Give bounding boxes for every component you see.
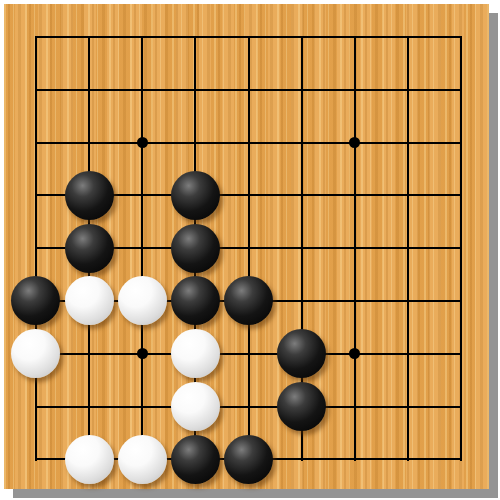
point-c8[interactable] [116,63,169,116]
point-c6[interactable] [116,169,169,222]
white-stone [65,276,114,325]
point-f2[interactable] [275,380,328,433]
point-f1[interactable] [275,433,328,486]
point-d5[interactable] [169,222,222,275]
point-d7[interactable] [169,116,222,169]
point-h7[interactable] [381,116,434,169]
black-stone [171,435,220,484]
white-stone [65,435,114,484]
point-a8[interactable] [9,63,62,116]
point-f8[interactable] [275,63,328,116]
point-j9[interactable] [434,11,487,64]
point-b9[interactable] [63,11,116,64]
point-f6[interactable] [275,169,328,222]
point-h2[interactable] [381,380,434,433]
point-j7[interactable] [434,116,487,169]
point-j4[interactable] [434,275,487,328]
point-b1[interactable] [63,433,116,486]
point-d3[interactable] [169,327,222,380]
point-a3[interactable] [9,327,62,380]
black-stone [224,435,273,484]
point-f5[interactable] [275,222,328,275]
point-e9[interactable] [222,11,275,64]
point-e5[interactable] [222,222,275,275]
point-d4[interactable] [169,275,222,328]
point-e7[interactable] [222,116,275,169]
point-c9[interactable] [116,11,169,64]
screen [0,0,500,500]
point-b6[interactable] [63,169,116,222]
point-b2[interactable] [63,380,116,433]
point-e8[interactable] [222,63,275,116]
white-stone [171,329,220,378]
black-stone [65,171,114,220]
point-a5[interactable] [9,222,62,275]
point-f9[interactable] [275,11,328,64]
black-stone [224,276,273,325]
black-stone [277,329,326,378]
point-g9[interactable] [328,11,381,64]
point-c7[interactable] [116,116,169,169]
point-g4[interactable] [328,275,381,328]
black-stone [65,224,114,273]
point-h9[interactable] [381,11,434,64]
white-stone [118,435,167,484]
point-e2[interactable] [222,380,275,433]
point-g1[interactable] [328,433,381,486]
point-j8[interactable] [434,63,487,116]
point-f4[interactable] [275,275,328,328]
point-c3[interactable] [116,327,169,380]
point-e1[interactable] [222,433,275,486]
point-c5[interactable] [116,222,169,275]
point-j2[interactable] [434,380,487,433]
black-stone [171,276,220,325]
point-d6[interactable] [169,169,222,222]
point-a6[interactable] [9,169,62,222]
point-g8[interactable] [328,63,381,116]
point-g2[interactable] [328,380,381,433]
point-g7[interactable] [328,116,381,169]
point-b7[interactable] [63,116,116,169]
point-b8[interactable] [63,63,116,116]
black-stone [11,276,60,325]
point-d1[interactable] [169,433,222,486]
point-j3[interactable] [434,327,487,380]
point-e4[interactable] [222,275,275,328]
point-h4[interactable] [381,275,434,328]
point-f3[interactable] [275,327,328,380]
point-c4[interactable] [116,275,169,328]
white-stone [171,382,220,431]
point-c1[interactable] [116,433,169,486]
point-j1[interactable] [434,433,487,486]
point-h6[interactable] [381,169,434,222]
point-a4[interactable] [9,275,62,328]
point-a9[interactable] [9,11,62,64]
point-d9[interactable] [169,11,222,64]
point-g5[interactable] [328,222,381,275]
point-h1[interactable] [381,433,434,486]
point-b5[interactable] [63,222,116,275]
point-c2[interactable] [116,380,169,433]
black-stone [171,224,220,273]
point-b3[interactable] [63,327,116,380]
board-points [9,11,487,486]
point-d2[interactable] [169,380,222,433]
white-stone [11,329,60,378]
point-a7[interactable] [9,116,62,169]
point-h3[interactable] [381,327,434,380]
point-a2[interactable] [9,380,62,433]
black-stone [171,171,220,220]
point-g6[interactable] [328,169,381,222]
point-d8[interactable] [169,63,222,116]
point-a1[interactable] [9,433,62,486]
point-h5[interactable] [381,222,434,275]
point-e3[interactable] [222,327,275,380]
black-stone [277,382,326,431]
point-f7[interactable] [275,116,328,169]
point-h8[interactable] [381,63,434,116]
go-board [4,4,489,489]
point-b4[interactable] [63,275,116,328]
white-stone [118,276,167,325]
point-e6[interactable] [222,169,275,222]
point-j6[interactable] [434,169,487,222]
point-j5[interactable] [434,222,487,275]
point-g3[interactable] [328,327,381,380]
